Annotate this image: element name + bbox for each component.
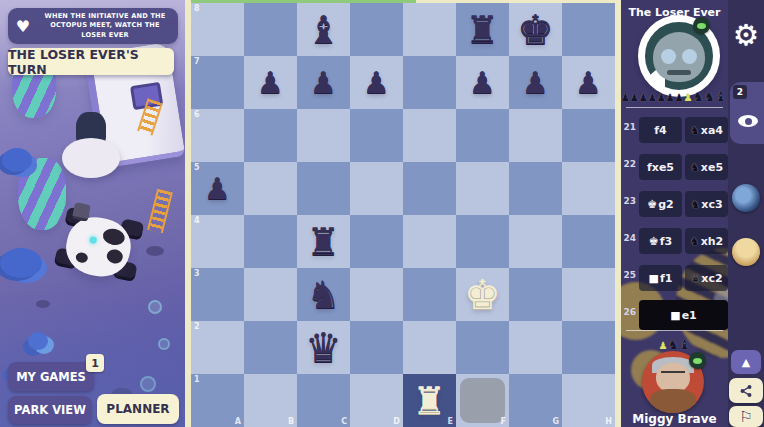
square-a1[interactable]: 1A <box>191 374 244 427</box>
share-button[interactable] <box>729 378 763 403</box>
white-move-21[interactable]: f4 <box>639 117 682 143</box>
piece-black-pawn[interactable]: ♟ <box>297 56 350 109</box>
square-c4[interactable]: ♜ <box>297 215 350 268</box>
king-move-icon: ♚ <box>647 198 657 211</box>
move-text: g2 <box>658 198 674 211</box>
square-b7[interactable]: ♟ <box>244 56 297 109</box>
move-text: xh2 <box>701 235 724 248</box>
square-h1[interactable]: H <box>562 374 615 427</box>
piece-black-pawn[interactable]: ♟ <box>244 56 297 109</box>
square-h3[interactable] <box>562 268 615 321</box>
captured-pawn-highlighted: ♟ <box>659 340 668 351</box>
heart-icon: ♥ <box>8 17 38 36</box>
avatar-glasses <box>661 371 685 381</box>
square-c3[interactable]: ♞ <box>297 268 350 321</box>
player-name: Miggy Brave <box>621 412 728 426</box>
piece-black-king[interactable]: ♚ <box>509 3 562 56</box>
move-text: f4 <box>654 124 666 137</box>
planner-button[interactable]: PLANNER <box>97 394 179 424</box>
piece-black-pawn[interactable]: ♟ <box>562 56 615 109</box>
square-b2[interactable] <box>244 321 297 374</box>
square-c8[interactable]: ♝ <box>297 3 350 56</box>
square-b5[interactable] <box>244 162 297 215</box>
move-text: xc3 <box>701 198 722 211</box>
move-origin-highlight <box>460 378 505 423</box>
knight-move-icon: ♞ <box>690 161 700 174</box>
tree-top-icon <box>0 248 42 278</box>
captured-pawn: ♟ <box>630 92 639 103</box>
resign-flag-button[interactable]: ⚐ <box>729 406 763 427</box>
tree-top-icon <box>2 148 32 172</box>
square-d2[interactable] <box>350 321 403 374</box>
avatar-robe <box>650 389 696 413</box>
square-d8[interactable] <box>350 3 403 56</box>
octopus-face-icon <box>653 32 705 82</box>
square-g2[interactable] <box>509 321 562 374</box>
white-move-25[interactable]: ■f1 <box>639 265 682 291</box>
captured-bishop: ♝ <box>679 337 690 352</box>
square-f7[interactable]: ♟ <box>456 56 509 109</box>
captured-pawn: ♟ <box>675 92 684 103</box>
square-c5[interactable] <box>297 162 350 215</box>
file-label: F <box>501 417 506 426</box>
park-scene: ♥ WHEN THE INITIATIVE AND THE OCTOPUS ME… <box>0 0 185 427</box>
square-b4[interactable] <box>244 215 297 268</box>
move-number: 24 <box>621 233 636 243</box>
square-d1[interactable]: D <box>350 374 403 427</box>
file-label: C <box>341 417 347 426</box>
event-banner-text: WHEN THE INITIATIVE AND THE OCTOPUS MEET… <box>38 12 178 40</box>
king-move-icon: ♚ <box>649 235 659 248</box>
knight-move-icon: ♞ <box>690 235 700 248</box>
black-move-22[interactable]: ♞xe5 <box>685 154 728 180</box>
white-move-26[interactable]: ■e1 <box>639 300 728 330</box>
piece-black-pawn[interactable]: ♟ <box>350 56 403 109</box>
spectators-tab[interactable]: 2 <box>730 82 764 144</box>
black-move-23[interactable]: ♞xc3 <box>685 191 728 217</box>
rook-move-icon: ■ <box>649 272 659 285</box>
divider <box>626 330 723 331</box>
rank-label: 3 <box>194 269 200 278</box>
square-f2[interactable] <box>456 321 509 374</box>
square-h7[interactable]: ♟ <box>562 56 615 109</box>
park-view-button[interactable]: PARK VIEW <box>8 396 92 424</box>
rook-move-icon: ■ <box>670 309 680 322</box>
square-f4[interactable] <box>456 215 509 268</box>
spectator-avatar-knight[interactable] <box>732 184 760 212</box>
square-e5[interactable] <box>403 162 456 215</box>
square-g5[interactable] <box>509 162 562 215</box>
rank-label: 7 <box>194 57 200 66</box>
square-f6[interactable] <box>456 109 509 162</box>
square-e1[interactable]: E♜ <box>403 374 456 427</box>
divider <box>626 107 723 108</box>
square-h6[interactable] <box>562 109 615 162</box>
ladder-icon <box>147 189 173 234</box>
square-h5[interactable] <box>562 162 615 215</box>
square-b1[interactable]: B <box>244 374 297 427</box>
captured-pawn-highlighted: ♟ <box>684 92 693 103</box>
octopus-mouth <box>667 70 691 75</box>
captured-pawn: ♟ <box>648 92 657 103</box>
white-move-24[interactable]: ♚f3 <box>639 228 682 254</box>
move-text: fxe5 <box>647 161 674 174</box>
move-text: xc2 <box>701 272 722 285</box>
move-number: 25 <box>621 270 636 280</box>
captured-bishop: ♝ <box>715 89 726 104</box>
black-move-24[interactable]: ♞xh2 <box>685 228 728 254</box>
square-f1[interactable]: F <box>456 374 509 427</box>
move-row-25: 25■f1♛xc2 <box>621 260 728 297</box>
file-label: D <box>393 417 400 426</box>
square-a4[interactable]: 4 <box>191 215 244 268</box>
move-text: f1 <box>660 272 672 285</box>
captured-pawn: ♟ <box>621 92 630 103</box>
move-row-24: 24♚f3♞xh2 <box>621 223 728 260</box>
square-e2[interactable] <box>403 321 456 374</box>
move-row-21: 21f4♞xa4 <box>621 112 728 149</box>
black-move-25[interactable]: ♛xc2 <box>685 265 728 291</box>
square-f3[interactable]: ♚ <box>456 268 509 321</box>
my-games-badge: 1 <box>86 354 104 372</box>
fountain-base <box>62 138 120 178</box>
captured-pawn: ♟ <box>639 92 648 103</box>
square-e8[interactable] <box>403 3 456 56</box>
side-rail: ⚙ 2 ▲ ⚐ <box>728 0 764 427</box>
square-h8[interactable] <box>562 3 615 56</box>
square-c2[interactable]: ♛ <box>297 321 350 374</box>
rock <box>146 246 164 256</box>
square-d6[interactable] <box>350 109 403 162</box>
square-e6[interactable] <box>403 109 456 162</box>
white-move-22[interactable]: fxe5 <box>639 154 682 180</box>
piece-black-queen[interactable]: ♛ <box>297 321 350 374</box>
rank-label: 6 <box>194 110 200 119</box>
knight-move-icon: ♞ <box>690 124 700 137</box>
piece-black-pawn[interactable]: ♟ <box>191 162 244 215</box>
move-row-23: 23♚g2♞xc3 <box>621 186 728 223</box>
square-a5[interactable]: 5♟ <box>191 162 244 215</box>
settings-gear-icon[interactable]: ⚙ <box>728 18 764 52</box>
piece-white-king[interactable]: ♚ <box>456 268 509 321</box>
square-g1[interactable]: G <box>509 374 562 427</box>
captured-pawn: ♟ <box>666 92 675 103</box>
square-g3[interactable] <box>509 268 562 321</box>
file-label: B <box>288 417 294 426</box>
move-number: 21 <box>621 122 636 132</box>
square-g8[interactable]: ♚ <box>509 3 562 56</box>
eye-icon <box>738 115 758 127</box>
cow-rover <box>51 204 147 293</box>
move-row-26: 26■e1 <box>621 297 728 334</box>
captured-by-opponent-tray: ♟♟♟♟♟♟♟♟♞♞♝♝♜♛ <box>621 86 728 105</box>
file-label: A <box>235 417 241 426</box>
square-c1[interactable]: C <box>297 374 350 427</box>
event-banner: ♥ WHEN THE INITIATIVE AND THE OCTOPUS ME… <box>8 8 178 44</box>
captured-pawn: ♟ <box>657 92 666 103</box>
square-c7[interactable]: ♟ <box>297 56 350 109</box>
collapse-up-button[interactable]: ▲ <box>731 350 761 374</box>
move-text: xa4 <box>701 124 723 137</box>
piece-black-rook[interactable]: ♜ <box>297 215 350 268</box>
square-e4[interactable] <box>403 215 456 268</box>
game-app: ♥ WHEN THE INITIATIVE AND THE OCTOPUS ME… <box>0 0 764 427</box>
captured-knight: ♞ <box>668 337 679 352</box>
move-number: 22 <box>621 159 636 169</box>
rank-label: 2 <box>194 322 200 331</box>
square-a8[interactable]: 8 <box>191 3 244 56</box>
square-h4[interactable] <box>562 215 615 268</box>
piece-white-rook[interactable]: ♜ <box>403 374 456 427</box>
black-move-21[interactable]: ♞xa4 <box>685 117 728 143</box>
square-h2[interactable] <box>562 321 615 374</box>
piece-black-pawn[interactable]: ♟ <box>509 56 562 109</box>
octopus-eye <box>682 49 697 64</box>
turn-banner: THE LOSER EVER'S TURN <box>8 48 174 75</box>
square-a2[interactable]: 2 <box>191 321 244 374</box>
captured-knight: ♞ <box>704 89 715 104</box>
seen-eye-badge <box>693 17 710 34</box>
queen-move-icon: ♛ <box>690 272 700 285</box>
square-a6[interactable]: 6 <box>191 109 244 162</box>
share-icon <box>739 384 753 398</box>
piece-black-bishop[interactable]: ♝ <box>297 3 350 56</box>
move-row-22: 22fxe5♞xe5 <box>621 149 728 186</box>
square-g6[interactable] <box>509 109 562 162</box>
move-number: 23 <box>621 196 636 206</box>
rank-label: 1 <box>194 375 200 384</box>
square-g4[interactable] <box>509 215 562 268</box>
move-number: 26 <box>621 307 636 317</box>
square-a7[interactable]: 7 <box>191 56 244 109</box>
file-label: G <box>552 417 559 426</box>
square-d4[interactable] <box>350 215 403 268</box>
square-b6[interactable] <box>244 109 297 162</box>
white-move-23[interactable]: ♚g2 <box>639 191 682 217</box>
square-d7[interactable]: ♟ <box>350 56 403 109</box>
square-g7[interactable]: ♟ <box>509 56 562 109</box>
rank-label: 8 <box>194 4 200 13</box>
file-label: H <box>605 417 612 426</box>
my-games-button[interactable]: MY GAMES <box>8 362 94 391</box>
piece-black-knight[interactable]: ♞ <box>297 268 350 321</box>
seen-eye-badge <box>689 352 706 369</box>
chess-board: 8♝♜♚7♟♟♟♟♟♟65♟4♜3♞♚2♛1ABCDE♜FGH <box>191 3 615 427</box>
octopus-eye <box>661 49 676 64</box>
square-f5[interactable] <box>456 162 509 215</box>
square-c6[interactable] <box>297 109 350 162</box>
square-e7[interactable] <box>403 56 456 109</box>
square-e3[interactable] <box>403 268 456 321</box>
move-text: xe5 <box>701 161 723 174</box>
captured-knight: ♞ <box>693 89 704 104</box>
piece-black-rook[interactable]: ♜ <box>456 3 509 56</box>
move-text: e1 <box>682 309 697 322</box>
spectator-avatar-blonde[interactable] <box>732 238 760 266</box>
rank-label: 4 <box>194 216 200 225</box>
notification-badge: 2 <box>733 85 747 99</box>
square-d3[interactable] <box>350 268 403 321</box>
square-a3[interactable]: 3 <box>191 268 244 321</box>
move-text: f3 <box>660 235 672 248</box>
piece-black-pawn[interactable]: ♟ <box>456 56 509 109</box>
square-d5[interactable] <box>350 162 403 215</box>
square-b8[interactable] <box>244 3 297 56</box>
board-frame: 8♝♜♚7♟♟♟♟♟♟65♟4♜3♞♚2♛1ABCDE♜FGH <box>185 0 621 427</box>
knight-move-icon: ♞ <box>690 198 700 211</box>
square-f8[interactable]: ♜ <box>456 3 509 56</box>
square-b3[interactable] <box>244 268 297 321</box>
